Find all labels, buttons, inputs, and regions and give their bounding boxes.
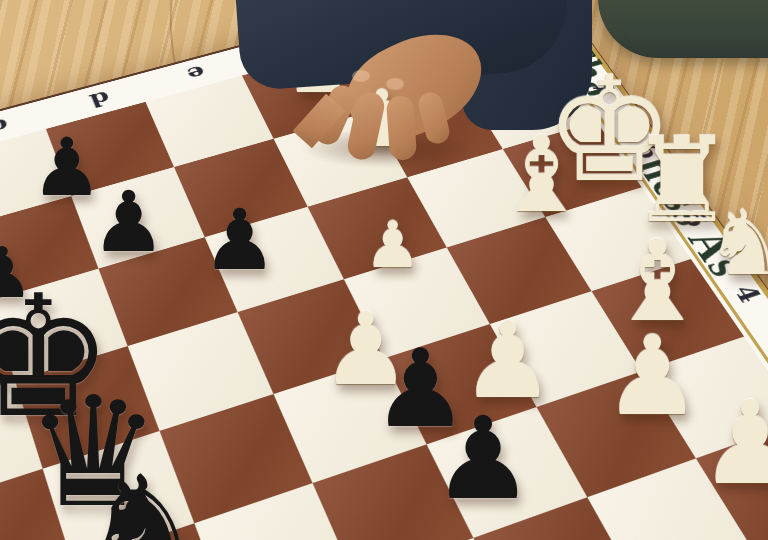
black-pawn-d7[interactable]: ♟ (91, 180, 166, 264)
hand-finger (386, 95, 417, 161)
white-bishop-g6[interactable]: ♝ (495, 123, 589, 228)
black-knight-a3[interactable]: ♞ (83, 458, 207, 540)
white-knight-border-h4[interactable]: ♞ (705, 198, 768, 288)
white-pawn-h3[interactable]: ♟ (699, 386, 768, 501)
white-pawn-f6[interactable]: ♟ (364, 213, 421, 277)
coordinate-label-c-top: c (0, 114, 11, 139)
black-pawn-e3[interactable]: ♟ (432, 402, 534, 516)
white-pawn-g3[interactable]: ♟ (603, 321, 702, 431)
knuckle-highlight (386, 78, 404, 90)
black-pawn-e6[interactable]: ♟ (202, 198, 277, 282)
coordinate-label-d-top: d (87, 87, 114, 112)
coordinate-label-e-top: e (183, 61, 209, 84)
photo-scene: ♛♚♟ Tha hess As aabbccddeeffgghh88776655… (0, 0, 768, 540)
knuckle-highlight (352, 70, 370, 82)
